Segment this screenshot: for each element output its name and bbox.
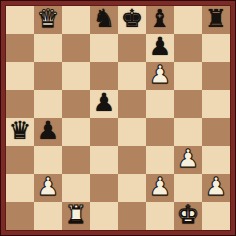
square-d6[interactable]	[90, 62, 118, 90]
square-g7[interactable]	[174, 34, 202, 62]
square-f2[interactable]: ♟	[146, 174, 174, 202]
square-c1[interactable]: ♜	[62, 202, 90, 230]
square-c6[interactable]	[62, 62, 90, 90]
square-b4[interactable]: ♟	[34, 118, 62, 146]
black-pawn[interactable]: ♟	[37, 118, 59, 145]
square-a6[interactable]	[6, 62, 34, 90]
square-e7[interactable]	[118, 34, 146, 62]
black-king[interactable]: ♚	[121, 6, 143, 33]
white-pawn[interactable]: ♟	[37, 174, 59, 201]
square-h6[interactable]	[202, 62, 230, 90]
square-h1[interactable]	[202, 202, 230, 230]
square-h8[interactable]: ♜	[202, 6, 230, 34]
square-g1[interactable]: ♚	[174, 202, 202, 230]
square-f4[interactable]	[146, 118, 174, 146]
square-a4[interactable]: ♛	[6, 118, 34, 146]
square-h7[interactable]	[202, 34, 230, 62]
square-f3[interactable]	[146, 146, 174, 174]
square-f6[interactable]: ♟	[146, 62, 174, 90]
square-e6[interactable]	[118, 62, 146, 90]
square-c2[interactable]	[62, 174, 90, 202]
square-e3[interactable]	[118, 146, 146, 174]
square-g8[interactable]	[174, 6, 202, 34]
square-c4[interactable]	[62, 118, 90, 146]
square-c5[interactable]	[62, 90, 90, 118]
chess-board-frame: ♛♞♚♝♜♟♟♟♛♟♟♟♟♟♜♚	[0, 0, 236, 236]
square-a1[interactable]	[6, 202, 34, 230]
square-b2[interactable]: ♟	[34, 174, 62, 202]
square-a2[interactable]	[6, 174, 34, 202]
square-h2[interactable]: ♟	[202, 174, 230, 202]
square-e8[interactable]: ♚	[118, 6, 146, 34]
white-pawn[interactable]: ♟	[149, 174, 171, 201]
square-h4[interactable]	[202, 118, 230, 146]
square-d5[interactable]: ♟	[90, 90, 118, 118]
square-b5[interactable]	[34, 90, 62, 118]
black-queen[interactable]: ♛	[9, 118, 31, 145]
square-f5[interactable]	[146, 90, 174, 118]
black-pawn[interactable]: ♟	[93, 90, 115, 117]
square-g5[interactable]	[174, 90, 202, 118]
square-d8[interactable]: ♞	[90, 6, 118, 34]
square-g4[interactable]	[174, 118, 202, 146]
white-king[interactable]: ♚	[177, 202, 199, 229]
square-d7[interactable]	[90, 34, 118, 62]
square-d3[interactable]	[90, 146, 118, 174]
square-e2[interactable]	[118, 174, 146, 202]
white-rook[interactable]: ♜	[65, 202, 87, 229]
white-pawn[interactable]: ♟	[205, 174, 227, 201]
square-a3[interactable]	[6, 146, 34, 174]
black-pawn[interactable]: ♟	[149, 34, 171, 61]
chess-board: ♛♞♚♝♜♟♟♟♛♟♟♟♟♟♜♚	[6, 6, 230, 230]
square-g2[interactable]	[174, 174, 202, 202]
square-b7[interactable]	[34, 34, 62, 62]
square-h5[interactable]	[202, 90, 230, 118]
square-a7[interactable]	[6, 34, 34, 62]
square-c3[interactable]	[62, 146, 90, 174]
square-b6[interactable]	[34, 62, 62, 90]
square-c7[interactable]	[62, 34, 90, 62]
square-b8[interactable]: ♛	[34, 6, 62, 34]
square-f7[interactable]: ♟	[146, 34, 174, 62]
square-a5[interactable]	[6, 90, 34, 118]
black-rook[interactable]: ♜	[205, 6, 227, 33]
square-g3[interactable]: ♟	[174, 146, 202, 174]
square-a8[interactable]	[6, 6, 34, 34]
white-pawn[interactable]: ♟	[149, 62, 171, 89]
square-d1[interactable]	[90, 202, 118, 230]
square-c8[interactable]	[62, 6, 90, 34]
white-queen[interactable]: ♛	[37, 6, 59, 33]
white-pawn[interactable]: ♟	[177, 146, 199, 173]
square-e5[interactable]	[118, 90, 146, 118]
square-f8[interactable]: ♝	[146, 6, 174, 34]
square-b1[interactable]	[34, 202, 62, 230]
square-g6[interactable]	[174, 62, 202, 90]
black-bishop[interactable]: ♝	[149, 6, 171, 33]
square-e4[interactable]	[118, 118, 146, 146]
square-e1[interactable]	[118, 202, 146, 230]
square-d2[interactable]	[90, 174, 118, 202]
square-h3[interactable]	[202, 146, 230, 174]
square-b3[interactable]	[34, 146, 62, 174]
square-d4[interactable]	[90, 118, 118, 146]
square-f1[interactable]	[146, 202, 174, 230]
black-knight[interactable]: ♞	[93, 6, 115, 33]
